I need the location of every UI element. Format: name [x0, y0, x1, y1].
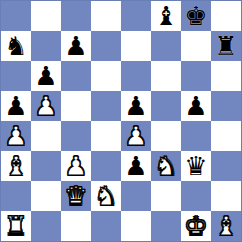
square-b2[interactable]	[31, 181, 61, 211]
white-pawn[interactable]: ♟	[4, 121, 27, 151]
square-d4[interactable]	[91, 121, 121, 151]
square-b5[interactable]: ♟	[31, 91, 61, 121]
square-b7[interactable]	[31, 31, 61, 61]
white-pawn[interactable]: ♟	[124, 121, 147, 151]
square-c5[interactable]	[61, 91, 91, 121]
square-e8[interactable]	[121, 1, 151, 31]
white-bishop[interactable]: ♝	[214, 211, 237, 241]
square-e6[interactable]	[121, 61, 151, 91]
square-f1[interactable]	[151, 211, 181, 241]
black-pawn[interactable]: ♟	[34, 61, 57, 91]
square-a4[interactable]: ♟	[1, 121, 31, 151]
square-f6[interactable]	[151, 61, 181, 91]
square-h3[interactable]	[211, 151, 241, 181]
square-a5[interactable]: ♟	[1, 91, 31, 121]
square-c7[interactable]: ♟	[61, 31, 91, 61]
square-a3[interactable]: ♝	[1, 151, 31, 181]
white-king[interactable]: ♚	[184, 211, 207, 241]
square-a2[interactable]	[1, 181, 31, 211]
black-pawn[interactable]: ♟	[124, 151, 147, 181]
square-b8[interactable]	[31, 1, 61, 31]
square-g3[interactable]: ♛	[181, 151, 211, 181]
square-g5[interactable]: ♟	[181, 91, 211, 121]
square-f3[interactable]: ♞	[151, 151, 181, 181]
square-b3[interactable]	[31, 151, 61, 181]
square-f8[interactable]: ♝	[151, 1, 181, 31]
square-b6[interactable]: ♟	[31, 61, 61, 91]
square-a6[interactable]	[1, 61, 31, 91]
square-c1[interactable]	[61, 211, 91, 241]
square-f4[interactable]	[151, 121, 181, 151]
white-bishop[interactable]: ♝	[4, 151, 27, 181]
square-e2[interactable]	[121, 181, 151, 211]
black-pawn[interactable]: ♟	[4, 91, 27, 121]
black-rook[interactable]: ♜	[214, 31, 237, 61]
square-a7[interactable]: ♞	[1, 31, 31, 61]
square-h8[interactable]	[211, 1, 241, 31]
square-h1[interactable]: ♝	[211, 211, 241, 241]
black-knight[interactable]: ♞	[4, 31, 27, 61]
white-knight[interactable]: ♞	[154, 151, 177, 181]
square-h5[interactable]	[211, 91, 241, 121]
black-pawn[interactable]: ♟	[64, 31, 87, 61]
square-c3[interactable]: ♟	[61, 151, 91, 181]
chess-board: ♝♚♞♟♜♟♟♟♟♟♟♟♝♟♟♞♛♛♞♜♚♝	[0, 0, 242, 242]
square-b1[interactable]	[31, 211, 61, 241]
black-pawn[interactable]: ♟	[124, 91, 147, 121]
black-bishop[interactable]: ♝	[154, 1, 177, 31]
square-e5[interactable]: ♟	[121, 91, 151, 121]
black-king[interactable]: ♚	[184, 1, 207, 31]
square-h6[interactable]	[211, 61, 241, 91]
square-g6[interactable]	[181, 61, 211, 91]
white-rook[interactable]: ♜	[4, 211, 27, 241]
square-e7[interactable]	[121, 31, 151, 61]
square-c4[interactable]	[61, 121, 91, 151]
square-d7[interactable]	[91, 31, 121, 61]
square-f7[interactable]	[151, 31, 181, 61]
square-a1[interactable]: ♜	[1, 211, 31, 241]
black-queen[interactable]: ♛	[184, 151, 207, 181]
white-queen[interactable]: ♛	[64, 181, 87, 211]
white-pawn[interactable]: ♟	[64, 151, 87, 181]
square-g4[interactable]	[181, 121, 211, 151]
square-e4[interactable]: ♟	[121, 121, 151, 151]
square-e1[interactable]	[121, 211, 151, 241]
square-e3[interactable]: ♟	[121, 151, 151, 181]
square-f5[interactable]	[151, 91, 181, 121]
square-c2[interactable]: ♛	[61, 181, 91, 211]
white-knight[interactable]: ♞	[94, 181, 117, 211]
square-a8[interactable]	[1, 1, 31, 31]
square-c6[interactable]	[61, 61, 91, 91]
square-g1[interactable]: ♚	[181, 211, 211, 241]
white-pawn[interactable]: ♟	[34, 91, 57, 121]
square-h7[interactable]: ♜	[211, 31, 241, 61]
square-c8[interactable]	[61, 1, 91, 31]
square-d2[interactable]: ♞	[91, 181, 121, 211]
square-g2[interactable]	[181, 181, 211, 211]
square-d5[interactable]	[91, 91, 121, 121]
black-pawn[interactable]: ♟	[184, 91, 207, 121]
square-h2[interactable]	[211, 181, 241, 211]
square-g8[interactable]: ♚	[181, 1, 211, 31]
square-d8[interactable]	[91, 1, 121, 31]
square-b4[interactable]	[31, 121, 61, 151]
square-f2[interactable]	[151, 181, 181, 211]
square-h4[interactable]	[211, 121, 241, 151]
square-d1[interactable]	[91, 211, 121, 241]
square-d6[interactable]	[91, 61, 121, 91]
square-d3[interactable]	[91, 151, 121, 181]
square-g7[interactable]	[181, 31, 211, 61]
